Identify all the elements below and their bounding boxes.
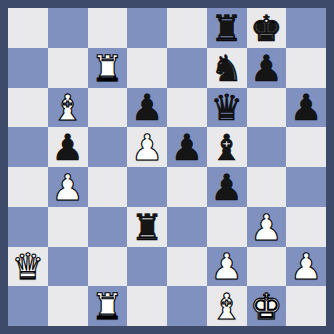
square-b3[interactable] bbox=[48, 207, 88, 247]
square-a3[interactable] bbox=[8, 207, 48, 247]
square-e7[interactable] bbox=[167, 48, 207, 88]
square-g5[interactable] bbox=[247, 127, 287, 167]
square-a1[interactable] bbox=[8, 286, 48, 326]
square-c7[interactable]: ♜ bbox=[88, 48, 128, 88]
square-d4[interactable] bbox=[127, 167, 167, 207]
square-c5[interactable] bbox=[88, 127, 128, 167]
square-e6[interactable] bbox=[167, 88, 207, 128]
square-c4[interactable] bbox=[88, 167, 128, 207]
piece-black-pawn[interactable]: ♟ bbox=[250, 51, 282, 87]
square-b5[interactable]: ♟ bbox=[48, 127, 88, 167]
square-h2[interactable]: ♟ bbox=[286, 247, 326, 287]
square-d2[interactable] bbox=[127, 247, 167, 287]
square-g6[interactable] bbox=[247, 88, 287, 128]
piece-black-pawn[interactable]: ♟ bbox=[171, 130, 203, 166]
square-a6[interactable] bbox=[8, 88, 48, 128]
piece-white-rook[interactable]: ♜ bbox=[91, 51, 123, 87]
square-b2[interactable] bbox=[48, 247, 88, 287]
square-c2[interactable] bbox=[88, 247, 128, 287]
piece-white-bishop[interactable]: ♝ bbox=[51, 90, 83, 126]
square-d8[interactable] bbox=[127, 8, 167, 48]
square-c8[interactable] bbox=[88, 8, 128, 48]
piece-black-queen[interactable]: ♛ bbox=[210, 90, 242, 126]
piece-black-pawn[interactable]: ♟ bbox=[210, 170, 242, 206]
square-f3[interactable] bbox=[207, 207, 247, 247]
square-d3[interactable]: ♜ bbox=[127, 207, 167, 247]
square-e3[interactable] bbox=[167, 207, 207, 247]
square-d7[interactable] bbox=[127, 48, 167, 88]
square-b7[interactable] bbox=[48, 48, 88, 88]
piece-black-pawn[interactable]: ♟ bbox=[131, 90, 163, 126]
piece-black-king[interactable]: ♚ bbox=[250, 11, 282, 47]
square-h1[interactable] bbox=[286, 286, 326, 326]
square-e5[interactable]: ♟ bbox=[167, 127, 207, 167]
chess-board-frame: ♜♚♜♞♟♝♟♛♟♟♟♟♝♟♟♜♟♛♟♟♜♝♚ bbox=[0, 0, 334, 334]
square-e4[interactable] bbox=[167, 167, 207, 207]
square-c3[interactable] bbox=[88, 207, 128, 247]
square-h4[interactable] bbox=[286, 167, 326, 207]
square-d5[interactable]: ♟ bbox=[127, 127, 167, 167]
square-f5[interactable]: ♝ bbox=[207, 127, 247, 167]
piece-black-bishop[interactable]: ♝ bbox=[210, 130, 242, 166]
piece-white-pawn[interactable]: ♟ bbox=[290, 249, 322, 285]
piece-white-king[interactable]: ♚ bbox=[250, 289, 282, 325]
square-a4[interactable] bbox=[8, 167, 48, 207]
piece-black-pawn[interactable]: ♟ bbox=[51, 130, 83, 166]
piece-black-rook[interactable]: ♜ bbox=[131, 210, 163, 246]
square-g2[interactable] bbox=[247, 247, 287, 287]
square-f1[interactable]: ♝ bbox=[207, 286, 247, 326]
piece-white-bishop[interactable]: ♝ bbox=[210, 289, 242, 325]
square-a7[interactable] bbox=[8, 48, 48, 88]
piece-white-rook[interactable]: ♜ bbox=[91, 289, 123, 325]
piece-black-knight[interactable]: ♞ bbox=[210, 51, 242, 87]
square-f7[interactable]: ♞ bbox=[207, 48, 247, 88]
piece-black-rook[interactable]: ♜ bbox=[210, 11, 242, 47]
square-h5[interactable] bbox=[286, 127, 326, 167]
square-g4[interactable] bbox=[247, 167, 287, 207]
square-f2[interactable]: ♟ bbox=[207, 247, 247, 287]
square-h6[interactable]: ♟ bbox=[286, 88, 326, 128]
piece-white-pawn[interactable]: ♟ bbox=[131, 130, 163, 166]
square-f6[interactable]: ♛ bbox=[207, 88, 247, 128]
square-a8[interactable] bbox=[8, 8, 48, 48]
square-c1[interactable]: ♜ bbox=[88, 286, 128, 326]
square-f4[interactable]: ♟ bbox=[207, 167, 247, 207]
square-c6[interactable] bbox=[88, 88, 128, 128]
square-g1[interactable]: ♚ bbox=[247, 286, 287, 326]
square-e2[interactable] bbox=[167, 247, 207, 287]
square-h8[interactable] bbox=[286, 8, 326, 48]
square-g7[interactable]: ♟ bbox=[247, 48, 287, 88]
square-a5[interactable] bbox=[8, 127, 48, 167]
square-h7[interactable] bbox=[286, 48, 326, 88]
piece-white-pawn[interactable]: ♟ bbox=[250, 210, 282, 246]
piece-white-pawn[interactable]: ♟ bbox=[210, 249, 242, 285]
square-h3[interactable] bbox=[286, 207, 326, 247]
piece-black-pawn[interactable]: ♟ bbox=[290, 90, 322, 126]
square-g8[interactable]: ♚ bbox=[247, 8, 287, 48]
chess-board: ♜♚♜♞♟♝♟♛♟♟♟♟♝♟♟♜♟♛♟♟♜♝♚ bbox=[8, 8, 326, 326]
square-e1[interactable] bbox=[167, 286, 207, 326]
piece-white-pawn[interactable]: ♟ bbox=[51, 170, 83, 206]
square-b1[interactable] bbox=[48, 286, 88, 326]
square-b6[interactable]: ♝ bbox=[48, 88, 88, 128]
square-d6[interactable]: ♟ bbox=[127, 88, 167, 128]
piece-white-queen[interactable]: ♛ bbox=[12, 249, 44, 285]
square-d1[interactable] bbox=[127, 286, 167, 326]
square-e8[interactable] bbox=[167, 8, 207, 48]
square-g3[interactable]: ♟ bbox=[247, 207, 287, 247]
square-b8[interactable] bbox=[48, 8, 88, 48]
square-b4[interactable]: ♟ bbox=[48, 167, 88, 207]
square-f8[interactable]: ♜ bbox=[207, 8, 247, 48]
square-a2[interactable]: ♛ bbox=[8, 247, 48, 287]
